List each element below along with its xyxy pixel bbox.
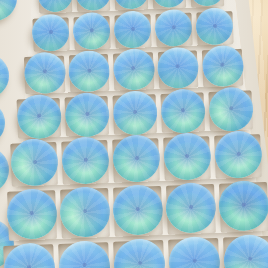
tray-cell-r2c4	[202, 49, 243, 87]
tray-cell-r3c1	[65, 96, 109, 137]
tray-cell-r3c2	[113, 94, 157, 135]
rivoli-stone-r0c1	[73, 0, 111, 12]
tray-cell-r4c2	[112, 138, 160, 183]
tray-cell-r6c4	[223, 236, 268, 268]
rivoli-stone-r5c4	[217, 179, 268, 231]
tray-row-5	[7, 182, 268, 241]
tray-cell-r6c2	[113, 240, 165, 268]
tray-cell-r3c3	[160, 92, 204, 133]
tray-cell-r4c1	[61, 140, 109, 185]
rivoli-stone-r5c0	[0, 182, 63, 245]
tray-cell-r5c0	[7, 190, 57, 241]
rivoli-stone-r3c2	[112, 90, 158, 136]
rivoli-stone-r2c1	[68, 50, 110, 92]
tray-cell-r1c0	[32, 17, 69, 51]
tray-cell-r3c0	[17, 98, 61, 139]
tray-cell-r6c0	[3, 244, 55, 268]
rivoli-stone-r3c0	[13, 91, 64, 142]
tray-cell-r1c2	[114, 14, 151, 48]
tray-cell-r5c1	[60, 188, 110, 239]
tray-cell-r1c4	[196, 11, 233, 45]
tray-cell-r3c4	[208, 90, 252, 131]
tray-cell-r6c1	[58, 242, 110, 268]
photo-canvas	[0, 0, 268, 268]
tray-cell-r1c3	[155, 13, 192, 47]
tray-cell-r0c1	[76, 0, 110, 12]
tray-cell-r2c3	[158, 51, 199, 89]
rivoli-stone-r5c1	[57, 184, 112, 239]
rivoli-stone-r0c4	[188, 0, 224, 7]
tray-cell-r6c3	[168, 238, 220, 268]
rivoli-stone-r1c0	[31, 13, 69, 51]
tray-cell-r2c1	[69, 54, 110, 92]
rivoli-stone-r5c2	[108, 180, 166, 238]
tray-rows	[0, 0, 263, 5]
rivoli-stone-r6c0	[3, 242, 56, 268]
rivoli-stone-r2c3	[156, 46, 200, 90]
tray-cell-r0c2	[113, 0, 147, 11]
rivoli-stone-r4c0	[8, 137, 60, 189]
rivoli-stone-r4c1	[58, 133, 113, 188]
tray-cell-r2c2	[113, 52, 154, 90]
tray-cell-r0c0	[38, 0, 72, 14]
tray-cell-r2c0	[24, 56, 65, 94]
tray-cell-r5c2	[113, 186, 163, 237]
rivoli-stone-r2c0	[20, 48, 69, 97]
storage-tray	[0, 0, 268, 268]
tray-cell-r5c4	[218, 182, 268, 233]
tray-cell-r5c3	[166, 184, 216, 235]
rivoli-stone-r4c3	[163, 132, 212, 181]
rivoli-stone-r3c4	[206, 85, 254, 133]
tray-cell-r0c4	[189, 0, 223, 8]
rivoli-stone-r2c4	[199, 43, 246, 90]
rivoli-stone-r1c2	[112, 9, 153, 50]
tray-cell-r4c4	[214, 134, 262, 179]
tray-cell-r4c0	[10, 142, 58, 187]
rivoli-stone-r6c2	[111, 236, 167, 268]
tray-cell-r4c3	[163, 136, 211, 181]
rivoli-stone-r5c3	[160, 177, 220, 237]
tray-cell-r0c3	[151, 0, 185, 9]
tray-cell-r1c1	[73, 16, 110, 50]
